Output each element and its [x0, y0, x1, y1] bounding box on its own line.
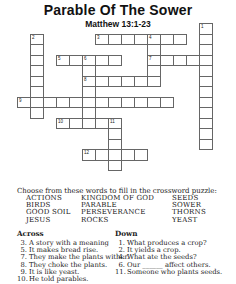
page-title: Parable Of The Sower	[0, 2, 236, 18]
word-bank-column-1: ACTIONS BIRDS GOOD SOIL JESUS	[26, 195, 71, 224]
word-bank-item: YEAST	[172, 217, 206, 224]
crossword-cell-r7c0[interactable]: 9	[17, 97, 31, 109]
cell-number: 9	[19, 98, 22, 103]
crossword-cell-r12c9[interactable]	[134, 149, 148, 161]
crossword-cell-r3c11[interactable]	[160, 55, 174, 67]
word-bank-item: ROCKS	[81, 217, 154, 224]
crossword-cell-r11c14[interactable]	[199, 139, 213, 151]
crossword-cell-r9c3[interactable]: 10	[56, 118, 70, 130]
crossword-cell-r7c8[interactable]	[121, 97, 135, 109]
word-bank-item: JESUS	[26, 217, 71, 224]
down-header: Down	[115, 229, 235, 238]
crossword-cell-r7c4[interactable]	[69, 97, 83, 109]
clue-text: He told parables.	[29, 275, 89, 283]
crossword-cell-r3c13[interactable]	[186, 55, 200, 67]
cell-number: 2	[32, 35, 35, 40]
crossword-cell-r7c11[interactable]	[160, 97, 174, 109]
crossword-cell-r8c1[interactable]	[30, 107, 44, 119]
clue-text: Someone who plants seeds.	[127, 268, 222, 276]
crossword-cell-r5c9[interactable]	[134, 76, 148, 88]
word-bank-column-2: KINGDOM OF GOD PARABLE PERSEVERANCE ROCK…	[81, 195, 154, 224]
cell-number: 5	[58, 56, 61, 61]
crossword-cell-r13c7[interactable]	[108, 160, 122, 172]
crossword-cell-r1c7[interactable]	[108, 34, 122, 46]
cell-number: 1	[201, 24, 204, 29]
clue-down-11: 11.Someone who plants seeds.	[115, 269, 235, 276]
across-header: Across	[17, 229, 129, 238]
crossword-cell-r12c6[interactable]	[95, 149, 109, 161]
down-clues: Down 1.What produces a crop? 2.It yields…	[115, 229, 235, 276]
crossword-cell-r1c12[interactable]	[173, 34, 187, 46]
crossword-cell-r3c3[interactable]: 5	[56, 55, 70, 67]
crossword-cell-r7c10[interactable]	[147, 97, 161, 109]
crossword-worksheet-page: Parable Of The Sower Matthew 13:1-23 123…	[0, 0, 236, 284]
crossword-cell-r1c8[interactable]	[121, 34, 135, 46]
crossword-cell-r7c2[interactable]	[43, 97, 57, 109]
cell-number: 4	[149, 35, 152, 40]
cell-number: 6	[84, 56, 87, 61]
word-bank-column-3: SEEDS SOWER THORNS YEAST	[172, 195, 206, 224]
cell-number: 8	[84, 77, 87, 82]
across-clues: Across 3.A story with a meaning 5.It mak…	[17, 229, 129, 284]
crossword-grid: 123456789101112	[17, 23, 214, 171]
cell-number: 11	[110, 119, 115, 124]
crossword-cell-r9c4[interactable]	[69, 118, 83, 130]
crossword-cell-r7c3[interactable]	[56, 97, 70, 109]
clue-number: 10.	[17, 276, 27, 283]
crossword-cell-r7c7[interactable]	[108, 97, 122, 109]
crossword-cell-r7c9[interactable]	[134, 97, 148, 109]
crossword-cell-r5c10[interactable]	[147, 76, 161, 88]
crossword-cell-r3c4[interactable]	[69, 55, 83, 67]
crossword-cell-r5c6[interactable]	[95, 76, 109, 88]
crossword-cell-r12c5[interactable]: 12	[82, 149, 96, 161]
crossword-cell-r3c6[interactable]	[95, 55, 109, 67]
crossword-cell-r9c6[interactable]	[95, 118, 109, 130]
crossword-cell-r5c8[interactable]	[121, 76, 135, 88]
clue-across-10: 10.He told parables.	[17, 276, 129, 283]
cell-number: 12	[84, 150, 89, 155]
cell-number: 7	[149, 56, 152, 61]
crossword-cell-r7c6[interactable]	[95, 97, 109, 109]
crossword-cell-r9c5[interactable]	[82, 118, 96, 130]
crossword-cell-r1c11[interactable]	[160, 34, 174, 46]
crossword-cell-r12c8[interactable]	[121, 149, 135, 161]
crossword-cell-r3c12[interactable]	[173, 55, 187, 67]
crossword-cell-r1c6[interactable]: 3	[95, 34, 109, 46]
crossword-cell-r3c7[interactable]	[108, 55, 122, 67]
cell-number: 10	[58, 119, 63, 124]
cell-number: 3	[97, 35, 100, 40]
crossword-cell-r5c7[interactable]	[108, 76, 122, 88]
crossword-cell-r1c9[interactable]	[134, 34, 148, 46]
clue-number: 11.	[115, 269, 125, 276]
